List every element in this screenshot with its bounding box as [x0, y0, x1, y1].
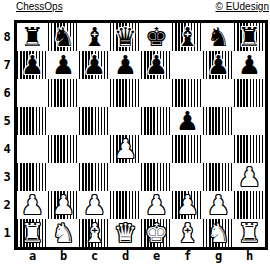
copyright-credit: © EUdesign: [215, 1, 269, 13]
piece-white-pawn[interactable]: ♟: [234, 163, 265, 191]
piece-white-bishop[interactable]: ♝: [79, 219, 110, 247]
square-b5[interactable]: [48, 107, 79, 135]
rank-label-3: 3: [1, 163, 13, 191]
rank-label-7: 7: [1, 51, 13, 79]
file-label-b: b: [48, 249, 79, 263]
square-c7[interactable]: ♟: [79, 51, 110, 79]
square-a2[interactable]: ♟: [17, 191, 48, 219]
square-d8[interactable]: ♛: [110, 23, 141, 51]
file-labels: abcdefgh: [17, 249, 265, 263]
square-b3[interactable]: [48, 163, 79, 191]
piece-white-queen[interactable]: ♛: [110, 219, 141, 247]
square-f5[interactable]: ♟: [172, 107, 203, 135]
rank-label-5: 5: [1, 107, 13, 135]
piece-black-queen[interactable]: ♛: [110, 23, 141, 51]
piece-black-pawn[interactable]: ♟: [110, 51, 141, 79]
square-e2[interactable]: ♟: [141, 191, 172, 219]
square-e7[interactable]: ♟: [141, 51, 172, 79]
piece-black-pawn[interactable]: ♟: [172, 107, 203, 135]
square-h6[interactable]: [234, 79, 265, 107]
square-g7[interactable]: ♟: [203, 51, 234, 79]
file-label-d: d: [110, 249, 141, 263]
square-c3[interactable]: [79, 163, 110, 191]
piece-white-rook[interactable]: ♜: [17, 219, 48, 247]
piece-white-bishop[interactable]: ♝: [172, 219, 203, 247]
square-b6[interactable]: [48, 79, 79, 107]
square-d4[interactable]: ♟: [110, 135, 141, 163]
square-a8[interactable]: ♜: [17, 23, 48, 51]
piece-white-rook[interactable]: ♜: [234, 219, 265, 247]
piece-black-knight[interactable]: ♞: [203, 23, 234, 51]
file-label-h: h: [234, 249, 265, 263]
piece-white-pawn[interactable]: ♟: [110, 135, 141, 163]
square-g6[interactable]: [203, 79, 234, 107]
board-frame: ♜♞♝♛♚♝♞♜♟♟♟♟♟♟♟♟♟♟♟♟♟♟♟♟♜♞♝♛♚♝♞♜: [14, 20, 268, 250]
square-a1[interactable]: ♜: [17, 219, 48, 247]
piece-black-rook[interactable]: ♜: [234, 23, 265, 51]
square-b2[interactable]: ♟: [48, 191, 79, 219]
square-e4[interactable]: [141, 135, 172, 163]
square-a5[interactable]: [17, 107, 48, 135]
piece-black-pawn[interactable]: ♟: [48, 51, 79, 79]
square-g4[interactable]: [203, 135, 234, 163]
square-c6[interactable]: [79, 79, 110, 107]
square-h8[interactable]: ♜: [234, 23, 265, 51]
square-f8[interactable]: ♝: [172, 23, 203, 51]
piece-white-pawn[interactable]: ♟: [17, 191, 48, 219]
square-e1[interactable]: ♚: [141, 219, 172, 247]
piece-white-king[interactable]: ♚: [141, 219, 172, 247]
square-e3[interactable]: [141, 163, 172, 191]
square-h5[interactable]: [234, 107, 265, 135]
piece-black-pawn[interactable]: ♟: [203, 51, 234, 79]
square-a6[interactable]: [17, 79, 48, 107]
square-g3[interactable]: [203, 163, 234, 191]
square-h1[interactable]: ♜: [234, 219, 265, 247]
square-f6[interactable]: [172, 79, 203, 107]
square-f7[interactable]: [172, 51, 203, 79]
piece-white-pawn[interactable]: ♟: [141, 191, 172, 219]
square-h3[interactable]: ♟: [234, 163, 265, 191]
piece-white-pawn[interactable]: ♟: [48, 191, 79, 219]
square-g5[interactable]: [203, 107, 234, 135]
chess-board: ♜♞♝♛♚♝♞♜♟♟♟♟♟♟♟♟♟♟♟♟♟♟♟♟♜♞♝♛♚♝♞♜: [17, 23, 265, 247]
square-a4[interactable]: [17, 135, 48, 163]
file-label-f: f: [172, 249, 203, 263]
rank-label-2: 2: [1, 191, 13, 219]
square-c4[interactable]: [79, 135, 110, 163]
square-f4[interactable]: [172, 135, 203, 163]
square-d6[interactable]: [110, 79, 141, 107]
square-d5[interactable]: [110, 107, 141, 135]
square-b1[interactable]: ♞: [48, 219, 79, 247]
square-h2[interactable]: [234, 191, 265, 219]
piece-black-bishop[interactable]: ♝: [172, 23, 203, 51]
piece-white-pawn[interactable]: ♟: [79, 191, 110, 219]
piece-black-pawn[interactable]: ♟: [141, 51, 172, 79]
square-b7[interactable]: ♟: [48, 51, 79, 79]
app-title: ChessOps: [16, 1, 63, 13]
rank-label-4: 4: [1, 135, 13, 163]
rank-label-1: 1: [1, 219, 13, 247]
piece-black-pawn[interactable]: ♟: [17, 51, 48, 79]
rank-label-6: 6: [1, 79, 13, 107]
square-b8[interactable]: ♞: [48, 23, 79, 51]
square-d1[interactable]: ♛: [110, 219, 141, 247]
file-label-e: e: [141, 249, 172, 263]
square-h4[interactable]: [234, 135, 265, 163]
square-d3[interactable]: [110, 163, 141, 191]
square-b4[interactable]: [48, 135, 79, 163]
square-g8[interactable]: ♞: [203, 23, 234, 51]
piece-black-bishop[interactable]: ♝: [79, 23, 110, 51]
piece-white-knight[interactable]: ♞: [48, 219, 79, 247]
piece-white-pawn[interactable]: ♟: [203, 191, 234, 219]
square-e8[interactable]: ♚: [141, 23, 172, 51]
square-f1[interactable]: ♝: [172, 219, 203, 247]
square-g1[interactable]: ♞: [203, 219, 234, 247]
square-a3[interactable]: [17, 163, 48, 191]
piece-black-pawn[interactable]: ♟: [79, 51, 110, 79]
square-c8[interactable]: ♝: [79, 23, 110, 51]
square-a7[interactable]: ♟: [17, 51, 48, 79]
piece-white-knight[interactable]: ♞: [203, 219, 234, 247]
square-d7[interactable]: ♟: [110, 51, 141, 79]
rank-labels: 87654321: [1, 23, 13, 247]
square-f2[interactable]: ♟: [172, 191, 203, 219]
square-c1[interactable]: ♝: [79, 219, 110, 247]
piece-black-pawn[interactable]: ♟: [234, 51, 265, 79]
piece-black-knight[interactable]: ♞: [48, 23, 79, 51]
square-e5[interactable]: [141, 107, 172, 135]
piece-black-king[interactable]: ♚: [141, 23, 172, 51]
file-label-c: c: [79, 249, 110, 263]
rank-label-8: 8: [1, 23, 13, 51]
square-h7[interactable]: ♟: [234, 51, 265, 79]
square-c2[interactable]: ♟: [79, 191, 110, 219]
square-f3[interactable]: [172, 163, 203, 191]
square-d2[interactable]: [110, 191, 141, 219]
file-label-g: g: [203, 249, 234, 263]
file-label-a: a: [17, 249, 48, 263]
square-g2[interactable]: ♟: [203, 191, 234, 219]
square-e6[interactable]: [141, 79, 172, 107]
piece-white-pawn[interactable]: ♟: [172, 191, 203, 219]
square-c5[interactable]: [79, 107, 110, 135]
piece-black-rook[interactable]: ♜: [17, 23, 48, 51]
